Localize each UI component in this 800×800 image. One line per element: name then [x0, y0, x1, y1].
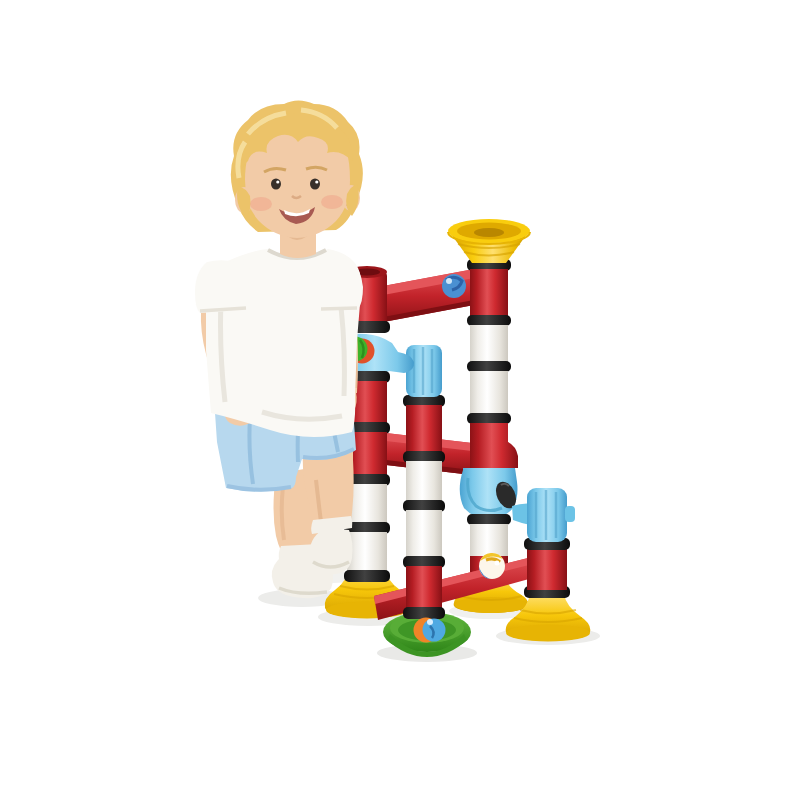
- product-photo: [0, 0, 800, 800]
- right-cheek: [321, 195, 343, 209]
- column-c-elbow: [470, 423, 518, 468]
- scene-illustration: [0, 0, 800, 800]
- left-cheek: [250, 197, 272, 211]
- left-eye: [271, 179, 281, 190]
- blue-marble: [442, 274, 466, 298]
- yellow-blue-ball: [479, 553, 505, 579]
- marble-run-toy: [325, 219, 591, 657]
- funnel: [448, 219, 530, 263]
- right-sleeve: [195, 260, 250, 313]
- right-eye: [310, 179, 320, 190]
- child-figure: [195, 101, 363, 599]
- blue-orange-ball: [414, 618, 446, 643]
- head: [231, 101, 363, 259]
- tshirt: [195, 249, 363, 437]
